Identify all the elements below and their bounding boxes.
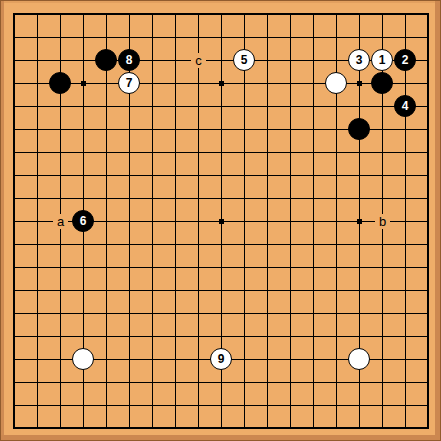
point-label-b: b <box>375 214 390 229</box>
black-stone-move-4[interactable]: 4 <box>394 95 416 117</box>
grid-line-horizontal <box>13 244 429 245</box>
black-stone[interactable] <box>49 72 71 94</box>
grid-line-horizontal <box>13 405 429 406</box>
white-stone[interactable] <box>348 348 370 370</box>
grid-line-vertical <box>427 13 429 429</box>
grid-line-vertical <box>405 13 406 429</box>
white-stone-move-1[interactable]: 1 <box>371 49 393 71</box>
star-point <box>81 81 86 86</box>
go-board[interactable]: abc875312469 <box>0 0 441 441</box>
star-point <box>219 81 224 86</box>
grid-line-vertical <box>290 13 291 429</box>
grid-line-vertical <box>313 13 314 429</box>
white-stone-move-9[interactable]: 9 <box>210 348 232 370</box>
point-label-a: a <box>53 214 68 229</box>
black-stone[interactable] <box>95 49 117 71</box>
grid-line-vertical <box>244 13 245 429</box>
white-stone-move-5[interactable]: 5 <box>233 49 255 71</box>
grid-line-horizontal <box>13 313 429 314</box>
grid-line-horizontal <box>13 427 429 429</box>
star-point <box>357 81 362 86</box>
grid-line-vertical <box>267 13 268 429</box>
white-stone[interactable] <box>72 348 94 370</box>
black-stone-move-6[interactable]: 6 <box>72 210 94 232</box>
point-label-c: c <box>191 53 206 68</box>
star-point <box>357 219 362 224</box>
grid-line-horizontal <box>13 290 429 291</box>
grid-line-horizontal <box>13 382 429 383</box>
white-stone-move-3[interactable]: 3 <box>348 49 370 71</box>
black-stone-move-8[interactable]: 8 <box>118 49 140 71</box>
grid-line-horizontal <box>13 267 429 268</box>
star-point <box>219 219 224 224</box>
black-stone[interactable] <box>371 72 393 94</box>
black-stone[interactable] <box>348 118 370 140</box>
white-stone[interactable] <box>325 72 347 94</box>
white-stone-move-7[interactable]: 7 <box>118 72 140 94</box>
black-stone-move-2[interactable]: 2 <box>394 49 416 71</box>
grid-line-horizontal <box>13 336 429 337</box>
